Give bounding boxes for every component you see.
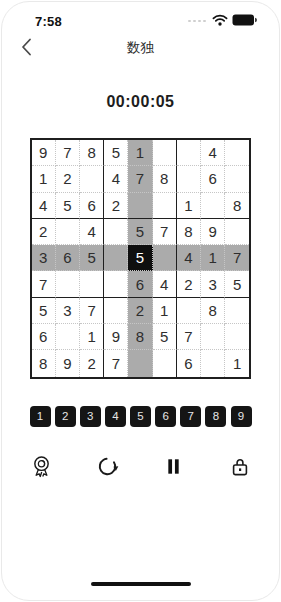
sudoku-cell-r5c6[interactable] bbox=[153, 245, 177, 271]
sudoku-cell-r1c5[interactable]: 1 bbox=[128, 140, 152, 166]
sudoku-cell-r3c3[interactable]: 6 bbox=[80, 193, 104, 219]
sudoku-cell-r1c1[interactable]: 9 bbox=[32, 140, 56, 166]
phone-screen: 7:58 数独 00:00: bbox=[1, 1, 280, 601]
sudoku-cell-r9c8[interactable] bbox=[201, 350, 225, 376]
sudoku-cell-r5c5[interactable]: 5 bbox=[128, 245, 152, 271]
wifi-icon bbox=[212, 12, 228, 30]
sudoku-cell-r7c3[interactable]: 7 bbox=[80, 298, 104, 324]
numpad-key-9[interactable]: 9 bbox=[231, 406, 252, 427]
toolbar bbox=[29, 454, 253, 480]
sudoku-cell-r3c2[interactable]: 5 bbox=[56, 193, 80, 219]
sudoku-cell-r4c3[interactable]: 4 bbox=[80, 219, 104, 245]
sudoku-cell-r5c8[interactable]: 1 bbox=[201, 245, 225, 271]
cellular-signal-icon bbox=[188, 20, 206, 23]
sudoku-cell-r3c9[interactable]: 8 bbox=[225, 193, 249, 219]
sudoku-cell-r3c8[interactable] bbox=[201, 193, 225, 219]
numpad: 123456789 bbox=[30, 406, 252, 427]
sudoku-cell-r8c3[interactable]: 1 bbox=[80, 324, 104, 350]
sudoku-cell-r7c8[interactable]: 8 bbox=[201, 298, 225, 324]
battery-icon bbox=[232, 12, 257, 30]
sudoku-cell-r2c3[interactable] bbox=[80, 166, 104, 192]
status-icons bbox=[188, 12, 257, 30]
sudoku-cell-r9c2[interactable]: 9 bbox=[56, 350, 80, 376]
sudoku-cell-r1c9[interactable] bbox=[225, 140, 249, 166]
sudoku-cell-r8c8[interactable] bbox=[201, 324, 225, 350]
sudoku-cell-r2c9[interactable] bbox=[225, 166, 249, 192]
sudoku-cell-r1c4[interactable]: 5 bbox=[104, 140, 128, 166]
sudoku-cell-r7c2[interactable]: 3 bbox=[56, 298, 80, 324]
sudoku-cell-r2c5[interactable]: 7 bbox=[128, 166, 152, 192]
sudoku-cell-r6c3[interactable] bbox=[80, 271, 104, 297]
sudoku-cell-r7c4[interactable] bbox=[104, 298, 128, 324]
pause-button[interactable] bbox=[161, 454, 187, 480]
sudoku-cell-r9c4[interactable]: 7 bbox=[104, 350, 128, 376]
sudoku-cell-r3c1[interactable]: 4 bbox=[32, 193, 56, 219]
sudoku-cell-r7c7[interactable] bbox=[177, 298, 201, 324]
numpad-key-1[interactable]: 1 bbox=[30, 406, 51, 427]
page-title: 数独 bbox=[127, 39, 154, 57]
sudoku-cell-r2c4[interactable]: 4 bbox=[104, 166, 128, 192]
sudoku-cell-r9c7[interactable]: 6 bbox=[177, 350, 201, 376]
sudoku-cell-r6c8[interactable]: 3 bbox=[201, 271, 225, 297]
sudoku-cell-r4c5[interactable]: 5 bbox=[128, 219, 152, 245]
sudoku-cell-r5c7[interactable]: 4 bbox=[177, 245, 201, 271]
sudoku-cell-r8c5[interactable]: 8 bbox=[128, 324, 152, 350]
sudoku-cell-r4c9[interactable] bbox=[225, 219, 249, 245]
sudoku-cell-r8c4[interactable]: 9 bbox=[104, 324, 128, 350]
sudoku-cell-r2c2[interactable]: 2 bbox=[56, 166, 80, 192]
restart-button[interactable] bbox=[95, 454, 121, 480]
game-timer: 00:00:05 bbox=[2, 93, 279, 115]
sudoku-cell-r6c7[interactable]: 2 bbox=[177, 271, 201, 297]
numpad-key-8[interactable]: 8 bbox=[205, 406, 226, 427]
lock-button[interactable] bbox=[227, 454, 253, 480]
sudoku-cell-r8c7[interactable]: 7 bbox=[177, 324, 201, 350]
numpad-key-5[interactable]: 5 bbox=[130, 406, 151, 427]
lock-icon bbox=[228, 455, 252, 479]
sudoku-cell-r5c1[interactable]: 3 bbox=[32, 245, 56, 271]
sudoku-cell-r3c5[interactable] bbox=[128, 193, 152, 219]
sudoku-cell-r5c2[interactable]: 6 bbox=[56, 245, 80, 271]
nav-bar: 数独 bbox=[2, 35, 279, 61]
sudoku-cell-r2c6[interactable]: 8 bbox=[153, 166, 177, 192]
numpad-key-3[interactable]: 3 bbox=[80, 406, 101, 427]
status-time: 7:58 bbox=[35, 14, 62, 29]
sudoku-grid: 9785141247864562182457893655417764235537… bbox=[30, 138, 252, 379]
back-button[interactable] bbox=[16, 36, 36, 58]
sudoku-cell-r4c8[interactable]: 9 bbox=[201, 219, 225, 245]
sudoku-cell-r7c1[interactable]: 5 bbox=[32, 298, 56, 324]
sudoku-cell-r4c1[interactable]: 2 bbox=[32, 219, 56, 245]
restart-icon bbox=[95, 454, 120, 479]
sudoku-cell-r9c3[interactable]: 2 bbox=[80, 350, 104, 376]
home-indicator[interactable] bbox=[91, 582, 191, 587]
sudoku-cell-r1c2[interactable]: 7 bbox=[56, 140, 80, 166]
sudoku-cell-r4c2[interactable] bbox=[56, 219, 80, 245]
sudoku-cell-r6c6[interactable]: 4 bbox=[153, 271, 177, 297]
sudoku-cell-r9c1[interactable]: 8 bbox=[32, 350, 56, 376]
sudoku-cell-r8c1[interactable]: 6 bbox=[32, 324, 56, 350]
sudoku-cell-r2c7[interactable] bbox=[177, 166, 201, 192]
sudoku-cell-r1c6[interactable] bbox=[153, 140, 177, 166]
sudoku-cell-r4c6[interactable]: 7 bbox=[153, 219, 177, 245]
sudoku-cell-r3c6[interactable] bbox=[153, 193, 177, 219]
medal-icon bbox=[29, 454, 54, 479]
sudoku-cell-r4c7[interactable]: 8 bbox=[177, 219, 201, 245]
sudoku-cell-r6c1[interactable]: 7 bbox=[32, 271, 56, 297]
sudoku-cell-r2c1[interactable]: 1 bbox=[32, 166, 56, 192]
pause-icon bbox=[162, 455, 185, 478]
sudoku-cell-r3c7[interactable]: 1 bbox=[177, 193, 201, 219]
sudoku-cell-r6c5[interactable]: 6 bbox=[128, 271, 152, 297]
sudoku-cell-r9c6[interactable] bbox=[153, 350, 177, 376]
numpad-key-2[interactable]: 2 bbox=[55, 406, 76, 427]
sudoku-cell-r1c3[interactable]: 8 bbox=[80, 140, 104, 166]
sudoku-cell-r5c3[interactable]: 5 bbox=[80, 245, 104, 271]
sudoku-cell-r6c2[interactable] bbox=[56, 271, 80, 297]
sudoku-cell-r7c6[interactable]: 1 bbox=[153, 298, 177, 324]
sudoku-cell-r8c2[interactable] bbox=[56, 324, 80, 350]
sudoku-cell-r4c4[interactable] bbox=[104, 219, 128, 245]
sudoku-cell-r7c5[interactable]: 2 bbox=[128, 298, 152, 324]
chevron-left-icon bbox=[21, 38, 32, 56]
sudoku-cell-r3c4[interactable]: 2 bbox=[104, 193, 128, 219]
sudoku-cell-r1c8[interactable]: 4 bbox=[201, 140, 225, 166]
sudoku-cell-r9c5[interactable] bbox=[128, 350, 152, 376]
sudoku-cell-r5c9[interactable]: 7 bbox=[225, 245, 249, 271]
sudoku-cell-r6c4[interactable] bbox=[104, 271, 128, 297]
numpad-key-7[interactable]: 7 bbox=[180, 406, 201, 427]
sudoku-cell-r8c9[interactable] bbox=[225, 324, 249, 350]
status-bar: 7:58 bbox=[2, 2, 279, 31]
sudoku-cell-r6c9[interactable]: 5 bbox=[225, 271, 249, 297]
numpad-key-4[interactable]: 4 bbox=[105, 406, 126, 427]
sudoku-cell-r9c9[interactable]: 1 bbox=[225, 350, 249, 376]
sudoku-cell-r1c7[interactable] bbox=[177, 140, 201, 166]
sudoku-cell-r2c8[interactable]: 6 bbox=[201, 166, 225, 192]
numpad-key-6[interactable]: 6 bbox=[155, 406, 176, 427]
sudoku-cell-r5c4[interactable] bbox=[104, 245, 128, 271]
sudoku-cell-r8c6[interactable]: 5 bbox=[153, 324, 177, 350]
medal-button[interactable] bbox=[29, 454, 55, 480]
sudoku-cell-r7c9[interactable] bbox=[225, 298, 249, 324]
